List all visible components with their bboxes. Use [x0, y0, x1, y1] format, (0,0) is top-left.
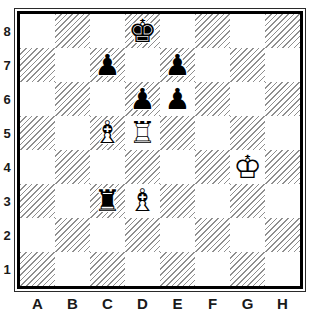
- square-a7: [20, 48, 55, 82]
- black-pawn: ♟: [160, 82, 195, 116]
- square-b2: [55, 218, 90, 252]
- square-a1: [20, 252, 55, 286]
- square-e5: [160, 116, 195, 150]
- file-label-H: H: [265, 295, 300, 312]
- square-f7: [195, 48, 230, 82]
- square-a6: [20, 82, 55, 116]
- rank-label-5: 5: [0, 116, 14, 150]
- chess-diagram: 87654321 ♚♟♟♟♟♝♗♜♖♚♔♜♝♗ ABCDEFGH: [0, 0, 314, 320]
- file-labels: ABCDEFGH: [20, 295, 314, 312]
- file-label-C: C: [90, 295, 125, 312]
- board-frame: ♚♟♟♟♟♝♗♜♖♚♔♜♝♗: [17, 11, 303, 289]
- square-a8: [20, 14, 55, 48]
- square-h6: [265, 82, 300, 116]
- square-e4: [160, 150, 195, 184]
- square-c3: ♜: [90, 184, 125, 218]
- square-g7: [230, 48, 265, 82]
- board: ♚♟♟♟♟♝♗♜♖♚♔♜♝♗: [20, 14, 300, 286]
- square-g4: ♚♔: [230, 150, 265, 184]
- square-g1: [230, 252, 265, 286]
- square-d6: ♟: [125, 82, 160, 116]
- square-g3: [230, 184, 265, 218]
- square-f3: [195, 184, 230, 218]
- rank-label-2: 2: [0, 218, 14, 252]
- file-label-E: E: [160, 295, 195, 312]
- square-b5: [55, 116, 90, 150]
- square-c2: [90, 218, 125, 252]
- square-f6: [195, 82, 230, 116]
- square-d3: ♝♗: [125, 184, 160, 218]
- square-e3: [160, 184, 195, 218]
- square-b7: [55, 48, 90, 82]
- square-f2: [195, 218, 230, 252]
- square-h3: [265, 184, 300, 218]
- square-d8: ♚: [125, 14, 160, 48]
- square-f5: [195, 116, 230, 150]
- white-bishop: ♝♗: [90, 116, 125, 150]
- square-a4: [20, 150, 55, 184]
- black-pawn: ♟: [90, 48, 125, 82]
- square-c4: [90, 150, 125, 184]
- white-rook: ♜♖: [125, 116, 160, 150]
- square-h2: [265, 218, 300, 252]
- square-h5: [265, 116, 300, 150]
- square-d5: ♜♖: [125, 116, 160, 150]
- rank-labels: 87654321: [0, 8, 14, 286]
- rank-label-4: 4: [0, 150, 14, 184]
- black-rook: ♜: [90, 184, 125, 218]
- square-b8: [55, 14, 90, 48]
- file-label-A: A: [20, 295, 55, 312]
- square-e1: [160, 252, 195, 286]
- square-g5: [230, 116, 265, 150]
- square-e8: [160, 14, 195, 48]
- rank-label-6: 6: [0, 82, 14, 116]
- square-f8: [195, 14, 230, 48]
- rank-label-1: 1: [0, 252, 14, 286]
- file-label-G: G: [230, 295, 265, 312]
- square-a2: [20, 218, 55, 252]
- square-e2: [160, 218, 195, 252]
- square-b4: [55, 150, 90, 184]
- square-a5: [20, 116, 55, 150]
- square-c1: [90, 252, 125, 286]
- square-d4: [125, 150, 160, 184]
- black-pawn: ♟: [125, 82, 160, 116]
- file-label-D: D: [125, 295, 160, 312]
- rank-label-7: 7: [0, 48, 14, 82]
- square-b3: [55, 184, 90, 218]
- square-f4: [195, 150, 230, 184]
- square-g2: [230, 218, 265, 252]
- square-d7: [125, 48, 160, 82]
- board-outer-border: ♚♟♟♟♟♝♗♜♖♚♔♜♝♗: [14, 8, 306, 292]
- square-f1: [195, 252, 230, 286]
- square-c8: [90, 14, 125, 48]
- square-g8: [230, 14, 265, 48]
- square-d2: [125, 218, 160, 252]
- white-king: ♚♔: [230, 150, 265, 184]
- square-h4: [265, 150, 300, 184]
- square-h7: [265, 48, 300, 82]
- square-b6: [55, 82, 90, 116]
- square-h1: [265, 252, 300, 286]
- square-h8: [265, 14, 300, 48]
- file-label-B: B: [55, 295, 90, 312]
- rank-label-8: 8: [0, 14, 14, 48]
- square-g6: [230, 82, 265, 116]
- black-pawn: ♟: [160, 48, 195, 82]
- square-d1: [125, 252, 160, 286]
- white-bishop: ♝♗: [125, 184, 160, 218]
- square-b1: [55, 252, 90, 286]
- square-e7: ♟: [160, 48, 195, 82]
- square-a3: [20, 184, 55, 218]
- square-e6: ♟: [160, 82, 195, 116]
- square-c7: ♟: [90, 48, 125, 82]
- rank-label-3: 3: [0, 184, 14, 218]
- square-c6: [90, 82, 125, 116]
- black-king: ♚: [125, 14, 160, 48]
- square-c5: ♝♗: [90, 116, 125, 150]
- file-label-F: F: [195, 295, 230, 312]
